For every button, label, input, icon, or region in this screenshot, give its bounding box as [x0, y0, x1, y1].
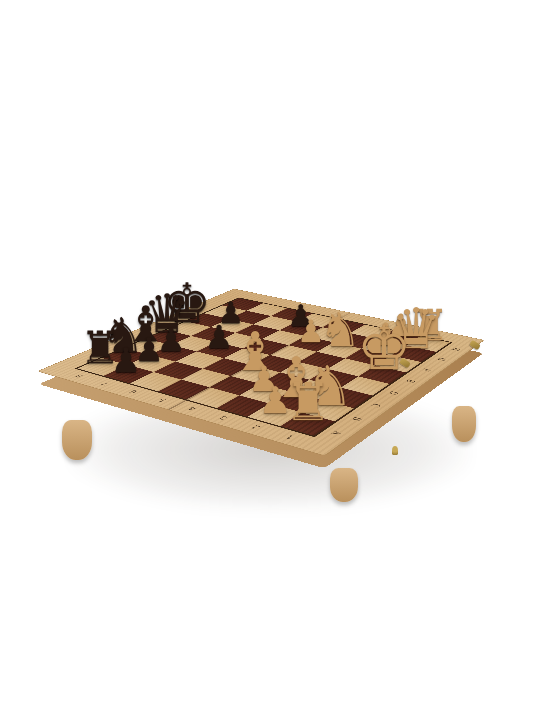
black-pawn-a7[interactable]: ♟ [84, 343, 168, 377]
photo-background: 87654321 ABCDEFGH ♜♞♝♛♚♝♞♜♟♟♟♟♟♟♟♟♜♞♚♛♜♝… [0, 0, 540, 720]
white-rook-a1[interactable]: ♜ [266, 376, 350, 428]
board-foot-right [452, 406, 476, 442]
board-foot-near [330, 468, 358, 502]
brass-clasp-icon [392, 446, 398, 455]
board-foot-left [62, 420, 92, 460]
